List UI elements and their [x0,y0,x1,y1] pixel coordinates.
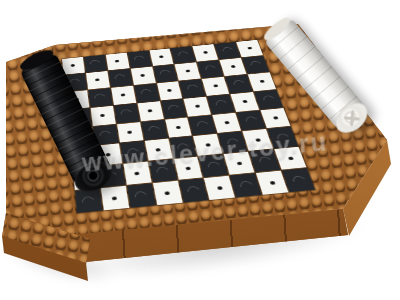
board-square[interactable] [141,119,168,140]
board-square[interactable] [178,178,208,202]
board-square[interactable] [106,53,130,71]
board-square[interactable] [144,139,172,161]
board-square[interactable] [149,48,174,65]
board-square[interactable] [134,83,160,102]
board-square[interactable] [169,136,197,158]
black-roll-top-face [18,46,56,73]
board-square[interactable] [114,103,140,123]
board-square[interactable] [137,101,163,121]
board-square[interactable] [120,141,147,163]
board-square[interactable] [160,99,187,119]
board-square[interactable] [148,159,177,182]
axle-cross-icon [350,110,354,126]
board-square[interactable] [171,46,196,63]
product-photo: www.clever-toy.ru [0,0,400,300]
board-square[interactable] [111,86,136,105]
board-square[interactable] [175,62,201,80]
board-square[interactable] [157,81,183,100]
board-square[interactable] [174,157,203,180]
board-square[interactable] [127,51,151,68]
board-square[interactable] [123,162,151,185]
board-square[interactable] [88,88,112,107]
board-square[interactable] [127,183,156,207]
board-square[interactable] [108,69,132,87]
board-square[interactable] [86,71,110,89]
board-square[interactable] [165,117,193,138]
board-square[interactable] [101,186,129,210]
board-square[interactable] [62,57,85,75]
board-square[interactable] [130,67,155,85]
board-square[interactable] [90,106,115,126]
board-square[interactable] [84,55,107,73]
board-square[interactable] [179,79,206,98]
board-square[interactable] [153,181,183,205]
board-square[interactable] [153,64,178,82]
board-square[interactable] [117,122,143,143]
